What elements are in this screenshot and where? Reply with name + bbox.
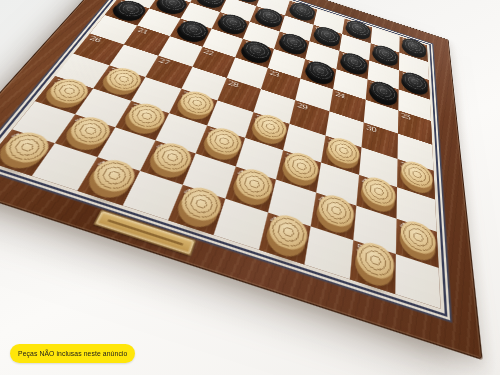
white-man-square-48[interactable]: [172, 188, 221, 231]
square-number: 28: [227, 80, 239, 89]
pieces-not-included-sticker: Peças NÃO inclusas neste anúncio: [10, 344, 135, 363]
square-number: 30: [366, 124, 377, 133]
sticker-text: Peças NÃO inclusas neste anúncio: [18, 350, 127, 357]
square-number: 21: [136, 27, 149, 35]
square-number: 24: [335, 91, 346, 100]
draughts-board: 1234567891011121314151617181920212223242…: [0, 0, 483, 360]
square-number: 22: [202, 48, 214, 56]
playfield: 1234567891011121314151617181920212223242…: [0, 0, 441, 309]
white-man-square-49[interactable]: [263, 216, 307, 261]
white-man-square-50[interactable]: [353, 244, 393, 290]
square-number: 27: [158, 57, 171, 66]
square-number: 23: [269, 70, 280, 78]
square-number: 25: [401, 112, 411, 121]
square-number: 26: [88, 35, 102, 43]
square-number: 29: [297, 102, 309, 111]
photo-background: 1234567891011121314151617181920212223242…: [0, 0, 500, 375]
